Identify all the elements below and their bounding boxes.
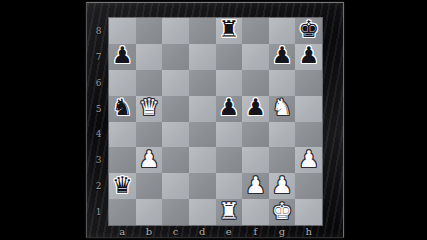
square-g5[interactable]: ♞ [269, 96, 296, 122]
rank-label-7: 7 [89, 44, 108, 70]
square-g2[interactable]: ♟ [269, 173, 296, 199]
square-h4[interactable] [295, 122, 322, 148]
square-b5[interactable]: ♛ [136, 96, 163, 122]
rank-label-3: 3 [89, 147, 108, 173]
square-b4[interactable] [136, 122, 163, 148]
square-b2[interactable] [136, 173, 163, 199]
file-label-g: g [269, 226, 296, 239]
square-c1[interactable] [162, 199, 189, 225]
file-label-c: c [162, 226, 189, 239]
square-f1[interactable] [242, 199, 269, 225]
file-label-d: d [189, 226, 216, 239]
square-e4[interactable] [216, 122, 243, 148]
square-a4[interactable] [109, 122, 136, 148]
square-e6[interactable] [216, 70, 243, 96]
square-b1[interactable] [136, 199, 163, 225]
piece-black-rook[interactable]: ♜ [219, 18, 240, 41]
file-label-e: e [216, 226, 243, 239]
rank-label-5: 5 [89, 96, 108, 122]
square-c8[interactable] [162, 18, 189, 44]
piece-black-queen[interactable]: ♛ [112, 174, 133, 197]
square-f6[interactable] [242, 70, 269, 96]
square-h2[interactable] [295, 173, 322, 199]
file-label-h: h [295, 226, 322, 239]
square-a5[interactable]: ♞ [109, 96, 136, 122]
square-d8[interactable] [189, 18, 216, 44]
square-a3[interactable] [109, 147, 136, 173]
square-d5[interactable] [189, 96, 216, 122]
piece-white-king[interactable]: ♚ [272, 200, 293, 223]
square-d1[interactable] [189, 199, 216, 225]
file-label-b: b [136, 226, 163, 239]
square-a6[interactable] [109, 70, 136, 96]
square-f7[interactable] [242, 44, 269, 70]
piece-white-rook[interactable]: ♜ [219, 200, 240, 223]
square-g1[interactable]: ♚ [269, 199, 296, 225]
square-e1[interactable]: ♜ [216, 199, 243, 225]
file-labels: abcdefgh [109, 226, 322, 239]
square-e3[interactable] [216, 147, 243, 173]
piece-white-queen[interactable]: ♛ [139, 96, 160, 119]
square-h8[interactable]: ♚ [295, 18, 322, 44]
square-e2[interactable] [216, 173, 243, 199]
square-h3[interactable]: ♟ [295, 147, 322, 173]
rank-label-2: 2 [89, 173, 108, 199]
rank-labels: 87654321 [89, 18, 108, 225]
rank-label-4: 4 [89, 122, 108, 148]
square-a2[interactable]: ♛ [109, 173, 136, 199]
rank-label-6: 6 [89, 70, 108, 96]
square-a8[interactable] [109, 18, 136, 44]
square-a1[interactable] [109, 199, 136, 225]
square-b8[interactable] [136, 18, 163, 44]
piece-white-knight[interactable]: ♞ [272, 96, 293, 119]
square-b7[interactable] [136, 44, 163, 70]
chess-board-frame: 87654321 ♜♚♟♟♟♞♛♟♟♞♟♟♛♟♟♜♚ abcdefgh [86, 2, 344, 238]
square-d4[interactable] [189, 122, 216, 148]
video-frame: 87654321 ♜♚♟♟♟♞♛♟♟♞♟♟♛♟♟♜♚ abcdefgh [0, 0, 427, 240]
square-c3[interactable] [162, 147, 189, 173]
square-f2[interactable]: ♟ [242, 173, 269, 199]
square-c2[interactable] [162, 173, 189, 199]
piece-black-pawn[interactable]: ♟ [272, 44, 293, 67]
piece-white-pawn[interactable]: ♟ [245, 174, 266, 197]
square-d6[interactable] [189, 70, 216, 96]
piece-black-knight[interactable]: ♞ [112, 96, 133, 119]
square-g7[interactable]: ♟ [269, 44, 296, 70]
square-c5[interactable] [162, 96, 189, 122]
square-d3[interactable] [189, 147, 216, 173]
square-c4[interactable] [162, 122, 189, 148]
square-c6[interactable] [162, 70, 189, 96]
square-b6[interactable] [136, 70, 163, 96]
chess-board: ♜♚♟♟♟♞♛♟♟♞♟♟♛♟♟♜♚ [109, 18, 322, 225]
square-e5[interactable]: ♟ [216, 96, 243, 122]
square-g4[interactable] [269, 122, 296, 148]
file-label-a: a [109, 226, 136, 239]
piece-white-pawn[interactable]: ♟ [298, 148, 319, 171]
file-label-f: f [242, 226, 269, 239]
square-g3[interactable] [269, 147, 296, 173]
square-f4[interactable] [242, 122, 269, 148]
square-f5[interactable]: ♟ [242, 96, 269, 122]
square-e7[interactable] [216, 44, 243, 70]
square-e8[interactable]: ♜ [216, 18, 243, 44]
piece-black-pawn[interactable]: ♟ [245, 96, 266, 119]
square-b3[interactable]: ♟ [136, 147, 163, 173]
square-d7[interactable] [189, 44, 216, 70]
square-f3[interactable] [242, 147, 269, 173]
square-f8[interactable] [242, 18, 269, 44]
square-g8[interactable] [269, 18, 296, 44]
rank-label-1: 1 [89, 199, 108, 225]
square-a7[interactable]: ♟ [109, 44, 136, 70]
square-h1[interactable] [295, 199, 322, 225]
rank-label-8: 8 [89, 18, 108, 44]
piece-black-pawn[interactable]: ♟ [298, 44, 319, 67]
piece-black-pawn[interactable]: ♟ [219, 96, 240, 119]
piece-black-pawn[interactable]: ♟ [112, 44, 133, 67]
square-g6[interactable] [269, 70, 296, 96]
square-h7[interactable]: ♟ [295, 44, 322, 70]
piece-white-pawn[interactable]: ♟ [272, 174, 293, 197]
square-h6[interactable] [295, 70, 322, 96]
square-d2[interactable] [189, 173, 216, 199]
square-h5[interactable] [295, 96, 322, 122]
square-c7[interactable] [162, 44, 189, 70]
piece-white-pawn[interactable]: ♟ [139, 148, 160, 171]
piece-black-king[interactable]: ♚ [298, 18, 319, 41]
